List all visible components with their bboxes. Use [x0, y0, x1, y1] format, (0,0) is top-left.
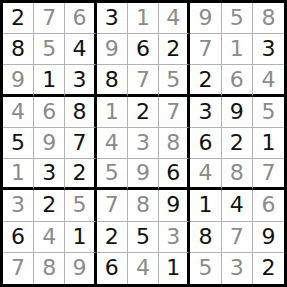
cell-r6c4[interactable]: 5 [97, 159, 128, 190]
cell-r8c7[interactable]: 8 [190, 222, 221, 253]
cell-r6c9[interactable]: 7 [253, 159, 284, 190]
given-digit: 2 [42, 194, 56, 216]
cell-r6c7[interactable]: 4 [190, 159, 221, 190]
solved-digit: 5 [105, 162, 119, 184]
cell-r8c5[interactable]: 5 [128, 222, 159, 253]
cell-r7c8[interactable]: 4 [222, 190, 253, 221]
given-digit: 2 [73, 162, 87, 184]
cell-r6c8[interactable]: 8 [222, 159, 253, 190]
solved-digit: 8 [261, 7, 275, 29]
solved-digit: 7 [230, 226, 244, 248]
given-digit: 3 [105, 7, 119, 29]
given-digit: 4 [73, 38, 87, 60]
cell-r2c9[interactable]: 3 [253, 34, 284, 65]
cell-r4c6[interactable]: 7 [159, 97, 190, 128]
cell-r6c3[interactable]: 2 [65, 159, 96, 190]
given-digit: 2 [261, 257, 275, 279]
cell-r4c3[interactable]: 8 [65, 97, 96, 128]
cell-r1c2[interactable]: 7 [34, 3, 65, 34]
cell-r7c5[interactable]: 8 [128, 190, 159, 221]
cell-r6c2[interactable]: 3 [34, 159, 65, 190]
given-digit: 2 [136, 101, 150, 123]
cell-r1c9[interactable]: 8 [253, 3, 284, 34]
cell-r9c7[interactable]: 5 [190, 253, 221, 284]
solved-digit: 9 [198, 7, 212, 29]
given-digit: 5 [136, 226, 150, 248]
solved-digit: 7 [261, 162, 275, 184]
cell-r6c5[interactable]: 9 [128, 159, 159, 190]
cell-r8c9[interactable]: 9 [253, 222, 284, 253]
cell-r2c4[interactable]: 9 [97, 34, 128, 65]
cell-r9c5[interactable]: 4 [128, 253, 159, 284]
given-digit: 3 [73, 69, 87, 91]
given-digit: 8 [73, 101, 87, 123]
cell-r3c8[interactable]: 6 [222, 65, 253, 96]
given-digit: 2 [166, 38, 180, 60]
given-digit: 1 [166, 257, 180, 279]
cell-r1c4[interactable]: 3 [97, 3, 128, 34]
cell-r7c2[interactable]: 2 [34, 190, 65, 221]
cell-r1c1[interactable]: 2 [3, 3, 34, 34]
solved-digit: 6 [230, 69, 244, 91]
given-digit: 5 [11, 132, 25, 154]
solved-digit: 9 [136, 162, 150, 184]
cell-r2c6[interactable]: 2 [159, 34, 190, 65]
solved-digit: 4 [198, 162, 212, 184]
given-digit: 1 [73, 226, 87, 248]
cell-r3c6[interactable]: 5 [159, 65, 190, 96]
cell-r3c9[interactable]: 4 [253, 65, 284, 96]
solved-digit: 8 [136, 194, 150, 216]
cell-r5c3[interactable]: 7 [65, 128, 96, 159]
cell-r7c4[interactable]: 7 [97, 190, 128, 221]
cell-r3c3[interactable]: 3 [65, 65, 96, 96]
solved-digit: 7 [136, 69, 150, 91]
solved-digit: 6 [261, 194, 275, 216]
cell-r8c3[interactable]: 1 [65, 222, 96, 253]
cell-r5c9[interactable]: 1 [253, 128, 284, 159]
cell-r9c3[interactable]: 9 [65, 253, 96, 284]
given-digit: 6 [11, 226, 25, 248]
cell-r6c6[interactable]: 6 [159, 159, 190, 190]
solved-digit: 9 [11, 69, 25, 91]
solved-digit: 5 [230, 7, 244, 29]
cell-r9c6[interactable]: 1 [159, 253, 190, 284]
solved-digit: 5 [261, 101, 275, 123]
solved-digit: 5 [42, 38, 56, 60]
solved-digit: 3 [11, 194, 25, 216]
solved-digit: 1 [11, 162, 25, 184]
given-digit: 1 [198, 194, 212, 216]
solved-digit: 7 [198, 38, 212, 60]
solved-digit: 4 [166, 7, 180, 29]
given-digit: 8 [11, 38, 25, 60]
given-digit: 3 [42, 162, 56, 184]
sudoku-board: 2763149588549627139138752644681273955974… [0, 0, 287, 287]
solved-digit: 1 [230, 38, 244, 60]
cell-r3c5[interactable]: 7 [128, 65, 159, 96]
cell-r1c3[interactable]: 6 [65, 3, 96, 34]
cell-r9c8[interactable]: 3 [222, 253, 253, 284]
cell-r3c2[interactable]: 1 [34, 65, 65, 96]
cell-r5c7[interactable]: 6 [190, 128, 221, 159]
given-digit: 9 [166, 194, 180, 216]
solved-digit: 7 [11, 257, 25, 279]
cell-r2c2[interactable]: 5 [34, 34, 65, 65]
solved-digit: 9 [42, 132, 56, 154]
cell-r7c9[interactable]: 6 [253, 190, 284, 221]
solved-digit: 5 [73, 194, 87, 216]
cell-r6c1[interactable]: 1 [3, 159, 34, 190]
solved-digit: 1 [105, 101, 119, 123]
solved-digit: 5 [198, 257, 212, 279]
solved-digit: 4 [42, 226, 56, 248]
cell-r9c1[interactable]: 7 [3, 253, 34, 284]
given-digit: 6 [136, 38, 150, 60]
given-digit: 1 [42, 69, 56, 91]
cell-r4c7[interactable]: 3 [190, 97, 221, 128]
cell-r5c4[interactable]: 4 [97, 128, 128, 159]
cell-r5c6[interactable]: 8 [159, 128, 190, 159]
cell-r7c3[interactable]: 5 [65, 190, 96, 221]
solved-digit: 6 [42, 101, 56, 123]
cell-r1c6[interactable]: 4 [159, 3, 190, 34]
solved-digit: 9 [73, 257, 87, 279]
solved-digit: 3 [166, 226, 180, 248]
cell-r4c9[interactable]: 5 [253, 97, 284, 128]
solved-digit: 8 [166, 132, 180, 154]
solved-digit: 7 [42, 7, 56, 29]
solved-digit: 7 [105, 194, 119, 216]
solved-digit: 5 [166, 69, 180, 91]
solved-digit: 9 [105, 38, 119, 60]
given-digit: 2 [198, 69, 212, 91]
given-digit: 1 [261, 132, 275, 154]
cell-r5c1[interactable]: 5 [3, 128, 34, 159]
cell-r9c9[interactable]: 2 [253, 253, 284, 284]
cell-r4c1[interactable]: 4 [3, 97, 34, 128]
given-digit: 8 [198, 226, 212, 248]
solved-digit: 8 [230, 162, 244, 184]
given-digit: 6 [105, 257, 119, 279]
cell-r4c4[interactable]: 1 [97, 97, 128, 128]
cell-r8c4[interactable]: 2 [97, 222, 128, 253]
given-digit: 2 [230, 132, 244, 154]
solved-digit: 1 [136, 7, 150, 29]
solved-digit: 7 [166, 101, 180, 123]
cell-r9c2[interactable]: 8 [34, 253, 65, 284]
cell-r5c2[interactable]: 9 [34, 128, 65, 159]
given-digit: 9 [230, 101, 244, 123]
cell-r8c8[interactable]: 7 [222, 222, 253, 253]
solved-digit: 6 [73, 7, 87, 29]
given-digit: 2 [105, 226, 119, 248]
cell-r4c2[interactable]: 6 [34, 97, 65, 128]
given-digit: 6 [166, 162, 180, 184]
cell-r3c7[interactable]: 2 [190, 65, 221, 96]
cell-r8c1[interactable]: 6 [3, 222, 34, 253]
solved-digit: 8 [42, 257, 56, 279]
cell-r7c6[interactable]: 9 [159, 190, 190, 221]
cell-r1c5[interactable]: 1 [128, 3, 159, 34]
given-digit: 3 [261, 38, 275, 60]
cell-r7c1[interactable]: 3 [3, 190, 34, 221]
given-digit: 8 [105, 69, 119, 91]
given-digit: 3 [198, 101, 212, 123]
given-digit: 9 [261, 226, 275, 248]
cell-r2c3[interactable]: 4 [65, 34, 96, 65]
solved-digit: 4 [261, 69, 275, 91]
cell-r1c8[interactable]: 5 [222, 3, 253, 34]
cell-r1c7[interactable]: 9 [190, 3, 221, 34]
cell-r3c4[interactable]: 8 [97, 65, 128, 96]
solved-digit: 3 [230, 257, 244, 279]
cell-r2c5[interactable]: 6 [128, 34, 159, 65]
cell-r8c6[interactable]: 3 [159, 222, 190, 253]
given-digit: 7 [73, 132, 87, 154]
solved-digit: 4 [136, 257, 150, 279]
cell-r2c1[interactable]: 8 [3, 34, 34, 65]
solved-digit: 4 [105, 132, 119, 154]
cell-r3c1[interactable]: 9 [3, 65, 34, 96]
cell-r4c5[interactable]: 2 [128, 97, 159, 128]
cell-r5c8[interactable]: 2 [222, 128, 253, 159]
solved-digit: 4 [11, 101, 25, 123]
given-digit: 4 [230, 194, 244, 216]
given-digit: 6 [198, 132, 212, 154]
cell-r8c2[interactable]: 4 [34, 222, 65, 253]
cell-r4c8[interactable]: 9 [222, 97, 253, 128]
solved-digit: 3 [136, 132, 150, 154]
cell-r9c4[interactable]: 6 [97, 253, 128, 284]
cell-r7c7[interactable]: 1 [190, 190, 221, 221]
cell-r5c5[interactable]: 3 [128, 128, 159, 159]
cell-r2c8[interactable]: 1 [222, 34, 253, 65]
cell-r2c7[interactable]: 7 [190, 34, 221, 65]
given-digit: 2 [11, 7, 25, 29]
